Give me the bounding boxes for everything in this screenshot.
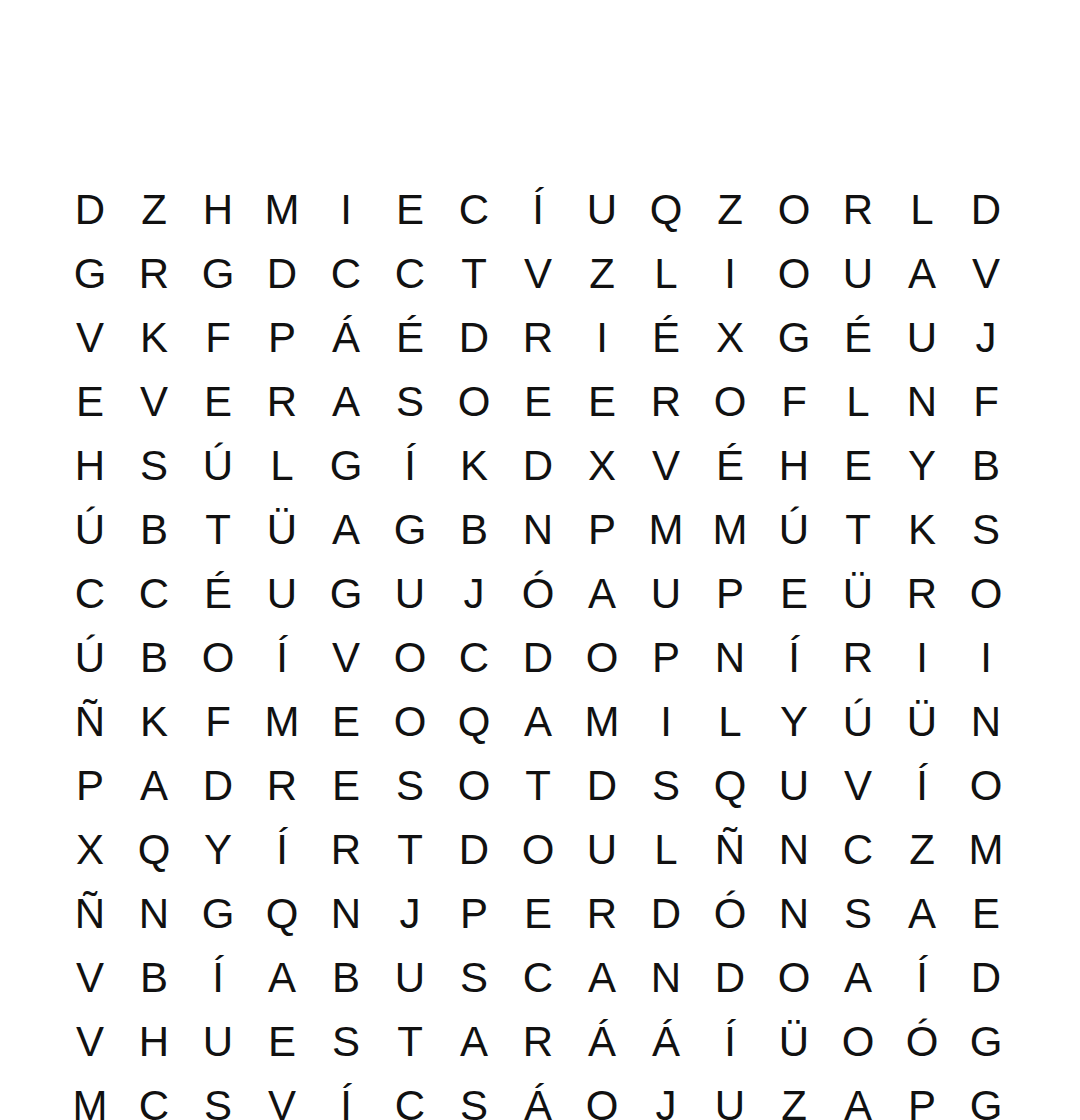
grid-cell-r13c5[interactable]: B (314, 946, 378, 1010)
grid-cell-r4c8[interactable]: E (506, 370, 570, 434)
grid-cell-r10c8[interactable]: T (506, 754, 570, 818)
grid-cell-r12c8[interactable]: E (506, 882, 570, 946)
grid-cell-r9c8[interactable]: A (506, 690, 570, 754)
grid-cell-r14c4[interactable]: E (250, 1010, 314, 1074)
grid-cell-r15c13[interactable]: A (826, 1074, 890, 1120)
grid-cell-r15c3[interactable]: S (186, 1074, 250, 1120)
grid-cell-r7c15[interactable]: O (954, 562, 1018, 626)
grid-cell-r13c2[interactable]: B (122, 946, 186, 1010)
grid-cell-r11c8[interactable]: O (506, 818, 570, 882)
grid-cell-r8c5[interactable]: V (314, 626, 378, 690)
grid-cell-r8c4[interactable]: Í (250, 626, 314, 690)
grid-cell-r14c11[interactable]: Í (698, 1010, 762, 1074)
grid-cell-r14c12[interactable]: Ü (762, 1010, 826, 1074)
grid-cell-r6c9[interactable]: P (570, 498, 634, 562)
grid-cell-r6c8[interactable]: N (506, 498, 570, 562)
grid-cell-r1c5[interactable]: I (314, 178, 378, 242)
word-search-grid: DZHMIECÍUQZORLDGRGDCCTVZLIOUAVVKFPÁÉDRIÉ… (58, 178, 1018, 1120)
grid-cell-r9c14[interactable]: Ü (890, 690, 954, 754)
grid-cell-r8c6[interactable]: O (378, 626, 442, 690)
grid-cell-r10c12[interactable]: U (762, 754, 826, 818)
grid-cell-r10c4[interactable]: R (250, 754, 314, 818)
grid-cell-r7c5[interactable]: G (314, 562, 378, 626)
grid-cell-r8c11[interactable]: N (698, 626, 762, 690)
grid-cell-r8c10[interactable]: P (634, 626, 698, 690)
grid-cell-r3c15[interactable]: J (954, 306, 1018, 370)
grid-cell-r2c14[interactable]: A (890, 242, 954, 306)
grid-cell-r8c14[interactable]: I (890, 626, 954, 690)
grid-cell-r6c1[interactable]: Ú (58, 498, 122, 562)
grid-cell-r7c2[interactable]: C (122, 562, 186, 626)
grid-cell-r1c1[interactable]: D (58, 178, 122, 242)
grid-cell-r9c7[interactable]: Q (442, 690, 506, 754)
grid-cell-r11c5[interactable]: R (314, 818, 378, 882)
grid-cell-r8c12[interactable]: Í (762, 626, 826, 690)
grid-cell-r15c15[interactable]: G (954, 1074, 1018, 1120)
grid-cell-r1c8[interactable]: Í (506, 178, 570, 242)
grid-cell-r10c3[interactable]: D (186, 754, 250, 818)
grid-cell-r15c6[interactable]: C (378, 1074, 442, 1120)
grid-cell-r7c3[interactable]: É (186, 562, 250, 626)
grid-cell-r13c6[interactable]: U (378, 946, 442, 1010)
grid-cell-r15c9[interactable]: O (570, 1074, 634, 1120)
grid-cell-r10c5[interactable]: E (314, 754, 378, 818)
grid-cell-r4c12[interactable]: F (762, 370, 826, 434)
grid-cell-r12c1[interactable]: Ñ (58, 882, 122, 946)
grid-cell-r14c3[interactable]: U (186, 1010, 250, 1074)
grid-cell-r8c8[interactable]: D (506, 626, 570, 690)
grid-cell-r7c11[interactable]: P (698, 562, 762, 626)
grid-cell-r2c11[interactable]: I (698, 242, 762, 306)
grid-cell-r1c7[interactable]: C (442, 178, 506, 242)
grid-cell-r9c15[interactable]: N (954, 690, 1018, 754)
grid-cell-r6c12[interactable]: Ú (762, 498, 826, 562)
grid-cell-r12c11[interactable]: Ó (698, 882, 762, 946)
grid-cell-r1c3[interactable]: H (186, 178, 250, 242)
grid-cell-r12c4[interactable]: Q (250, 882, 314, 946)
grid-cell-r5c15[interactable]: B (954, 434, 1018, 498)
grid-cell-r13c3[interactable]: Í (186, 946, 250, 1010)
grid-cell-r5c12[interactable]: H (762, 434, 826, 498)
grid-cell-r15c1[interactable]: M (58, 1074, 122, 1120)
grid-cell-r4c15[interactable]: F (954, 370, 1018, 434)
grid-cell-r3c9[interactable]: I (570, 306, 634, 370)
grid-cell-r8c15[interactable]: I (954, 626, 1018, 690)
grid-cell-r3c6[interactable]: É (378, 306, 442, 370)
grid-cell-r15c2[interactable]: C (122, 1074, 186, 1120)
grid-cell-r4c1[interactable]: E (58, 370, 122, 434)
grid-cell-r11c2[interactable]: Q (122, 818, 186, 882)
grid-cell-r2c6[interactable]: C (378, 242, 442, 306)
grid-cell-r14c8[interactable]: R (506, 1010, 570, 1074)
grid-cell-r11c7[interactable]: D (442, 818, 506, 882)
grid-cell-r2c5[interactable]: C (314, 242, 378, 306)
grid-cell-r4c6[interactable]: S (378, 370, 442, 434)
grid-cell-r14c10[interactable]: Á (634, 1010, 698, 1074)
grid-cell-r13c13[interactable]: A (826, 946, 890, 1010)
grid-cell-r13c12[interactable]: O (762, 946, 826, 1010)
grid-cell-r3c1[interactable]: V (58, 306, 122, 370)
grid-cell-r2c12[interactable]: O (762, 242, 826, 306)
grid-cell-r2c2[interactable]: R (122, 242, 186, 306)
grid-cell-r8c13[interactable]: R (826, 626, 890, 690)
grid-cell-r11c4[interactable]: Í (250, 818, 314, 882)
grid-cell-r14c14[interactable]: Ó (890, 1010, 954, 1074)
grid-cell-r2c15[interactable]: V (954, 242, 1018, 306)
grid-cell-r4c4[interactable]: R (250, 370, 314, 434)
grid-cell-r6c10[interactable]: M (634, 498, 698, 562)
grid-cell-r12c14[interactable]: A (890, 882, 954, 946)
grid-cell-r5c10[interactable]: V (634, 434, 698, 498)
grid-cell-r8c2[interactable]: B (122, 626, 186, 690)
grid-cell-r4c3[interactable]: E (186, 370, 250, 434)
grid-cell-r6c13[interactable]: T (826, 498, 890, 562)
grid-cell-r8c1[interactable]: Ú (58, 626, 122, 690)
grid-cell-r4c14[interactable]: N (890, 370, 954, 434)
grid-cell-r5c14[interactable]: Y (890, 434, 954, 498)
grid-cell-r3c2[interactable]: K (122, 306, 186, 370)
grid-cell-r6c7[interactable]: B (442, 498, 506, 562)
grid-cell-r7c7[interactable]: J (442, 562, 506, 626)
grid-cell-r15c12[interactable]: Z (762, 1074, 826, 1120)
grid-cell-r15c5[interactable]: Í (314, 1074, 378, 1120)
grid-cell-r2c1[interactable]: G (58, 242, 122, 306)
grid-cell-r9c1[interactable]: Ñ (58, 690, 122, 754)
grid-cell-r7c13[interactable]: Ü (826, 562, 890, 626)
grid-cell-r13c7[interactable]: S (442, 946, 506, 1010)
grid-cell-r2c13[interactable]: U (826, 242, 890, 306)
grid-cell-r3c3[interactable]: F (186, 306, 250, 370)
grid-cell-r1c13[interactable]: R (826, 178, 890, 242)
grid-cell-r1c10[interactable]: Q (634, 178, 698, 242)
grid-cell-r11c10[interactable]: L (634, 818, 698, 882)
grid-cell-r14c6[interactable]: T (378, 1010, 442, 1074)
grid-cell-r10c6[interactable]: S (378, 754, 442, 818)
grid-cell-r9c6[interactable]: O (378, 690, 442, 754)
grid-cell-r13c10[interactable]: N (634, 946, 698, 1010)
grid-cell-r2c8[interactable]: V (506, 242, 570, 306)
grid-cell-r6c11[interactable]: M (698, 498, 762, 562)
grid-cell-r10c13[interactable]: V (826, 754, 890, 818)
grid-cell-r13c11[interactable]: D (698, 946, 762, 1010)
grid-cell-r13c8[interactable]: C (506, 946, 570, 1010)
grid-cell-r3c11[interactable]: X (698, 306, 762, 370)
grid-cell-r11c6[interactable]: T (378, 818, 442, 882)
grid-cell-r7c14[interactable]: R (890, 562, 954, 626)
grid-cell-r11c14[interactable]: Z (890, 818, 954, 882)
grid-cell-r6c3[interactable]: T (186, 498, 250, 562)
grid-cell-r10c9[interactable]: D (570, 754, 634, 818)
grid-cell-r12c3[interactable]: G (186, 882, 250, 946)
grid-cell-r9c2[interactable]: K (122, 690, 186, 754)
grid-cell-r6c2[interactable]: B (122, 498, 186, 562)
grid-cell-r2c3[interactable]: G (186, 242, 250, 306)
grid-cell-r15c8[interactable]: Á (506, 1074, 570, 1120)
grid-cell-r12c6[interactable]: J (378, 882, 442, 946)
grid-cell-r6c15[interactable]: S (954, 498, 1018, 562)
grid-cell-r9c11[interactable]: L (698, 690, 762, 754)
grid-cell-r1c4[interactable]: M (250, 178, 314, 242)
grid-cell-r6c5[interactable]: A (314, 498, 378, 562)
grid-cell-r10c1[interactable]: P (58, 754, 122, 818)
grid-cell-r11c11[interactable]: Ñ (698, 818, 762, 882)
grid-cell-r6c6[interactable]: G (378, 498, 442, 562)
grid-cell-r11c13[interactable]: C (826, 818, 890, 882)
grid-cell-r10c2[interactable]: A (122, 754, 186, 818)
grid-cell-r7c10[interactable]: U (634, 562, 698, 626)
grid-cell-r14c13[interactable]: O (826, 1010, 890, 1074)
grid-cell-r3c12[interactable]: G (762, 306, 826, 370)
grid-cell-r2c9[interactable]: Z (570, 242, 634, 306)
grid-cell-r7c4[interactable]: U (250, 562, 314, 626)
grid-cell-r15c11[interactable]: U (698, 1074, 762, 1120)
grid-cell-r5c13[interactable]: E (826, 434, 890, 498)
grid-cell-r5c5[interactable]: G (314, 434, 378, 498)
grid-cell-r5c9[interactable]: X (570, 434, 634, 498)
grid-cell-r1c2[interactable]: Z (122, 178, 186, 242)
grid-cell-r1c6[interactable]: E (378, 178, 442, 242)
grid-cell-r9c3[interactable]: F (186, 690, 250, 754)
grid-cell-r12c5[interactable]: N (314, 882, 378, 946)
grid-cell-r10c10[interactable]: S (634, 754, 698, 818)
grid-cell-r3c10[interactable]: É (634, 306, 698, 370)
grid-cell-r5c1[interactable]: H (58, 434, 122, 498)
grid-cell-r9c5[interactable]: E (314, 690, 378, 754)
grid-cell-r14c5[interactable]: S (314, 1010, 378, 1074)
grid-cell-r1c9[interactable]: U (570, 178, 634, 242)
grid-cell-r3c4[interactable]: P (250, 306, 314, 370)
grid-cell-r3c13[interactable]: É (826, 306, 890, 370)
grid-cell-r3c5[interactable]: Á (314, 306, 378, 370)
grid-cell-r14c9[interactable]: Á (570, 1010, 634, 1074)
grid-cell-r15c10[interactable]: J (634, 1074, 698, 1120)
grid-cell-r12c10[interactable]: D (634, 882, 698, 946)
grid-cell-r7c9[interactable]: A (570, 562, 634, 626)
grid-cell-r6c4[interactable]: Ü (250, 498, 314, 562)
grid-cell-r15c14[interactable]: P (890, 1074, 954, 1120)
grid-cell-r4c9[interactable]: E (570, 370, 634, 434)
grid-cell-r2c7[interactable]: T (442, 242, 506, 306)
grid-cell-r5c3[interactable]: Ú (186, 434, 250, 498)
grid-cell-r11c3[interactable]: Y (186, 818, 250, 882)
grid-cell-r13c9[interactable]: A (570, 946, 634, 1010)
grid-cell-r10c15[interactable]: O (954, 754, 1018, 818)
grid-cell-r13c15[interactable]: D (954, 946, 1018, 1010)
grid-cell-r9c4[interactable]: M (250, 690, 314, 754)
grid-cell-r12c15[interactable]: E (954, 882, 1018, 946)
grid-cell-r14c2[interactable]: H (122, 1010, 186, 1074)
grid-cell-r15c7[interactable]: S (442, 1074, 506, 1120)
grid-cell-r11c9[interactable]: U (570, 818, 634, 882)
grid-cell-r5c8[interactable]: D (506, 434, 570, 498)
grid-cell-r8c9[interactable]: O (570, 626, 634, 690)
grid-cell-r7c8[interactable]: Ó (506, 562, 570, 626)
grid-cell-r9c13[interactable]: Ú (826, 690, 890, 754)
grid-cell-r1c14[interactable]: L (890, 178, 954, 242)
grid-cell-r9c10[interactable]: I (634, 690, 698, 754)
grid-cell-r14c15[interactable]: G (954, 1010, 1018, 1074)
grid-cell-r5c6[interactable]: Í (378, 434, 442, 498)
grid-cell-r11c12[interactable]: N (762, 818, 826, 882)
grid-cell-r7c1[interactable]: C (58, 562, 122, 626)
grid-cell-r7c12[interactable]: E (762, 562, 826, 626)
grid-cell-r12c7[interactable]: P (442, 882, 506, 946)
grid-cell-r7c6[interactable]: U (378, 562, 442, 626)
grid-cell-r12c2[interactable]: N (122, 882, 186, 946)
grid-cell-r11c1[interactable]: X (58, 818, 122, 882)
grid-cell-r5c11[interactable]: É (698, 434, 762, 498)
grid-cell-r10c14[interactable]: Í (890, 754, 954, 818)
grid-cell-r13c14[interactable]: Í (890, 946, 954, 1010)
grid-cell-r12c13[interactable]: S (826, 882, 890, 946)
grid-cell-r3c14[interactable]: U (890, 306, 954, 370)
grid-cell-r4c13[interactable]: L (826, 370, 890, 434)
grid-cell-r4c7[interactable]: O (442, 370, 506, 434)
grid-cell-r9c9[interactable]: M (570, 690, 634, 754)
grid-cell-r1c12[interactable]: O (762, 178, 826, 242)
grid-cell-r10c11[interactable]: Q (698, 754, 762, 818)
grid-cell-r13c1[interactable]: V (58, 946, 122, 1010)
grid-cell-r4c2[interactable]: V (122, 370, 186, 434)
grid-cell-r6c14[interactable]: K (890, 498, 954, 562)
grid-cell-r14c7[interactable]: A (442, 1010, 506, 1074)
grid-cell-r1c11[interactable]: Z (698, 178, 762, 242)
grid-cell-r5c2[interactable]: S (122, 434, 186, 498)
grid-cell-r8c3[interactable]: O (186, 626, 250, 690)
grid-cell-r9c12[interactable]: Y (762, 690, 826, 754)
grid-cell-r12c12[interactable]: N (762, 882, 826, 946)
grid-cell-r3c8[interactable]: R (506, 306, 570, 370)
grid-cell-r4c10[interactable]: R (634, 370, 698, 434)
grid-cell-r11c15[interactable]: M (954, 818, 1018, 882)
grid-cell-r2c4[interactable]: D (250, 242, 314, 306)
grid-cell-r4c11[interactable]: O (698, 370, 762, 434)
grid-cell-r5c7[interactable]: K (442, 434, 506, 498)
grid-cell-r5c4[interactable]: L (250, 434, 314, 498)
grid-cell-r14c1[interactable]: V (58, 1010, 122, 1074)
grid-cell-r13c4[interactable]: A (250, 946, 314, 1010)
grid-cell-r4c5[interactable]: A (314, 370, 378, 434)
grid-cell-r3c7[interactable]: D (442, 306, 506, 370)
grid-cell-r12c9[interactable]: R (570, 882, 634, 946)
grid-cell-r15c4[interactable]: V (250, 1074, 314, 1120)
grid-cell-r1c15[interactable]: D (954, 178, 1018, 242)
grid-cell-r10c7[interactable]: O (442, 754, 506, 818)
grid-cell-r8c7[interactable]: C (442, 626, 506, 690)
grid-cell-r2c10[interactable]: L (634, 242, 698, 306)
